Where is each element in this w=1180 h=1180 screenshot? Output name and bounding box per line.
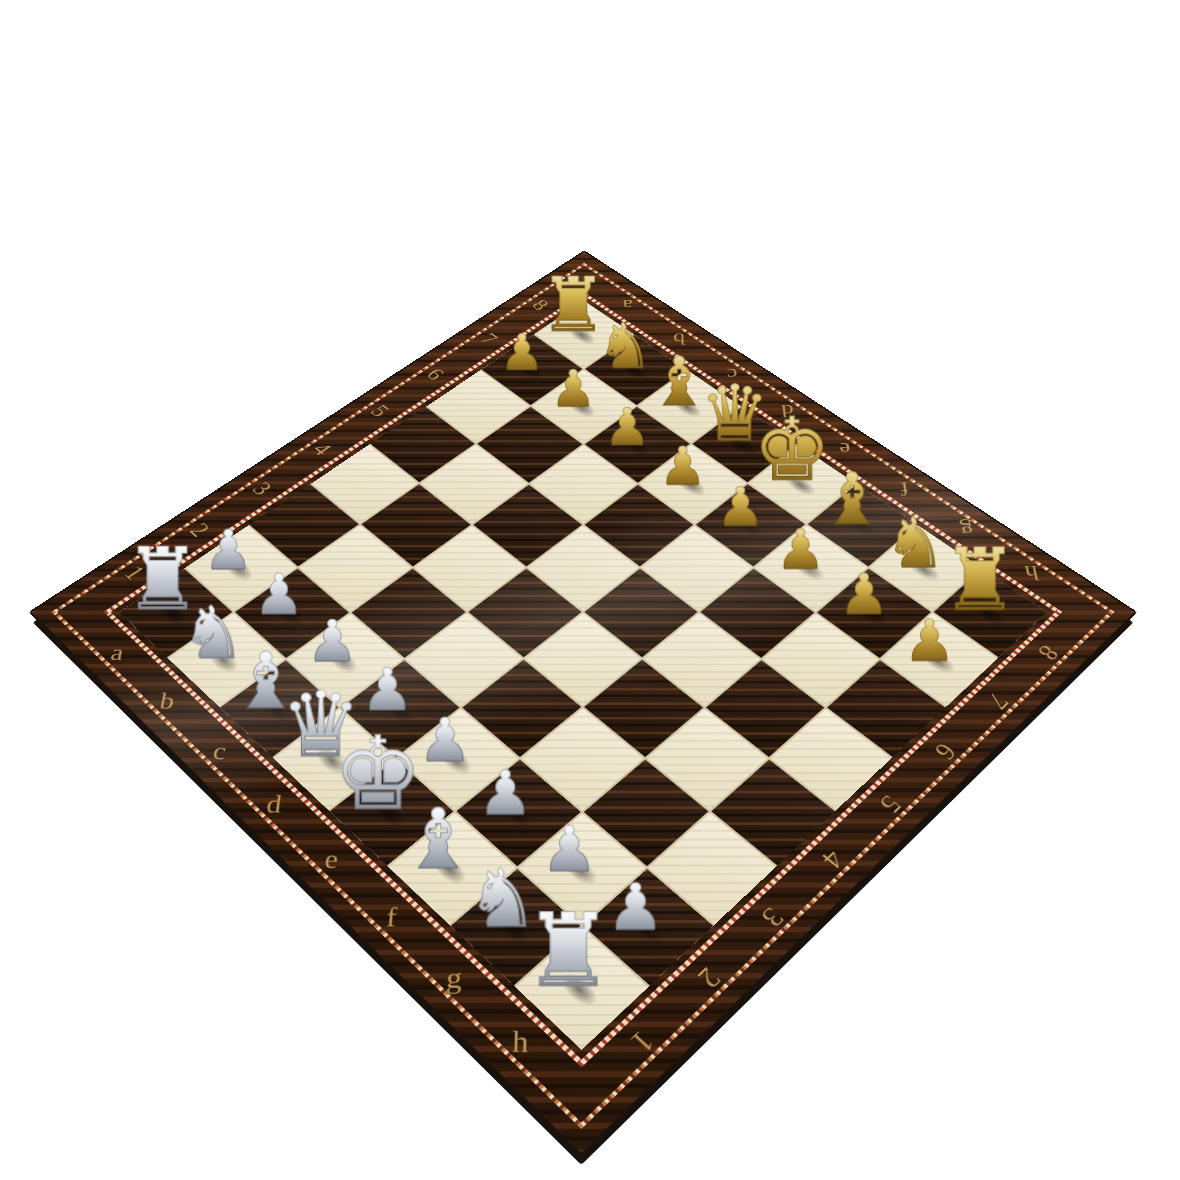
piece-white-bishop[interactable]: ♝	[401, 799, 476, 878]
piece-black-knight[interactable]: ♞	[884, 511, 946, 576]
piece-black-pawn[interactable]: ♟	[551, 365, 597, 413]
piece-black-pawn[interactable]: ♟	[500, 329, 545, 376]
piece-black-pawn[interactable]: ♟	[776, 524, 825, 576]
piece-white-pawn[interactable]: ♟	[419, 711, 473, 768]
piece-white-pawn[interactable]: ♟	[204, 524, 253, 576]
piece-white-pawn[interactable]: ♟	[361, 661, 414, 717]
piece-white-rook[interactable]: ♜	[523, 903, 614, 999]
piece-black-pawn[interactable]: ♟	[716, 481, 764, 532]
piece-white-pawn[interactable]: ♟	[478, 764, 533, 822]
scene: abcdefgh abcdefgh 87654321 87654321 ♜♞♝♛…	[0, 0, 1180, 1180]
piece-white-pawn[interactable]: ♟	[541, 819, 597, 879]
piece-black-pawn[interactable]: ♟	[838, 568, 888, 621]
piece-black-pawn[interactable]: ♟	[604, 402, 650, 451]
piece-black-knight[interactable]: ♞	[597, 317, 653, 376]
piece-white-pawn[interactable]: ♟	[607, 876, 665, 937]
piece-white-pawn[interactable]: ♟	[307, 613, 359, 668]
piece-black-pawn[interactable]: ♟	[903, 613, 955, 668]
square-f6[interactable]	[701, 568, 814, 657]
piece-black-bishop[interactable]: ♝	[820, 465, 884, 533]
piece-white-pawn[interactable]: ♟	[254, 568, 304, 621]
piece-black-pawn[interactable]: ♟	[659, 441, 706, 491]
